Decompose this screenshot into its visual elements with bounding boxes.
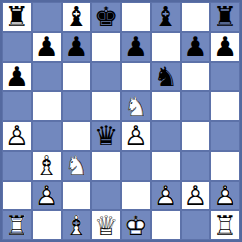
white-pawn-icon: ♟♙ — [5, 122, 29, 149]
square-a1[interactable]: ♜♖ — [2, 210, 32, 240]
white-king-icon: ♚♔ — [124, 212, 148, 239]
square-d5[interactable] — [91, 91, 121, 121]
square-c1[interactable]: ♝♗ — [62, 210, 92, 240]
white-rook-icon: ♜♖ — [213, 212, 237, 239]
square-f2[interactable]: ♟♙ — [151, 181, 181, 211]
square-h2[interactable]: ♟♙ — [210, 181, 240, 211]
square-f1[interactable] — [151, 210, 181, 240]
square-c8[interactable]: ♝ — [62, 2, 92, 32]
square-c7[interactable]: ♟ — [62, 32, 92, 62]
white-pawn-icon: ♟♙ — [35, 182, 59, 209]
white-bishop-icon: ♝♗ — [35, 152, 59, 179]
square-b1[interactable] — [32, 210, 62, 240]
square-e6[interactable] — [121, 62, 151, 92]
square-d4[interactable]: ♛ — [91, 121, 121, 151]
square-a4[interactable]: ♟♙ — [2, 121, 32, 151]
square-d1[interactable]: ♛♕ — [91, 210, 121, 240]
square-e2[interactable] — [121, 181, 151, 211]
white-queen-icon: ♛♕ — [94, 212, 118, 239]
black-pawn-icon: ♟ — [64, 33, 88, 60]
square-a7[interactable] — [2, 32, 32, 62]
black-rook-icon: ♜ — [5, 3, 29, 30]
black-knight-icon: ♞ — [154, 63, 178, 90]
square-c5[interactable] — [62, 91, 92, 121]
square-c6[interactable] — [62, 62, 92, 92]
square-g1[interactable] — [181, 210, 211, 240]
black-king-icon: ♚ — [94, 3, 118, 30]
square-h3[interactable] — [210, 151, 240, 181]
black-pawn-icon: ♟ — [213, 33, 237, 60]
square-g4[interactable] — [181, 121, 211, 151]
square-e4[interactable]: ♟♙ — [121, 121, 151, 151]
white-rook-icon: ♜♖ — [5, 212, 29, 239]
square-g2[interactable]: ♟♙ — [181, 181, 211, 211]
square-h6[interactable] — [210, 62, 240, 92]
square-a3[interactable] — [2, 151, 32, 181]
square-b7[interactable]: ♟ — [32, 32, 62, 62]
square-g8[interactable] — [181, 2, 211, 32]
square-g6[interactable] — [181, 62, 211, 92]
square-f4[interactable] — [151, 121, 181, 151]
black-pawn-icon: ♟ — [183, 33, 207, 60]
square-b2[interactable]: ♟♙ — [32, 181, 62, 211]
black-queen-icon: ♛ — [94, 122, 118, 149]
square-e3[interactable] — [121, 151, 151, 181]
square-d6[interactable] — [91, 62, 121, 92]
square-h8[interactable]: ♜ — [210, 2, 240, 32]
square-h4[interactable] — [210, 121, 240, 151]
square-b5[interactable] — [32, 91, 62, 121]
square-d7[interactable] — [91, 32, 121, 62]
square-f5[interactable] — [151, 91, 181, 121]
square-h1[interactable]: ♜♖ — [210, 210, 240, 240]
square-b3[interactable]: ♝♗ — [32, 151, 62, 181]
black-pawn-icon: ♟ — [124, 33, 148, 60]
square-d8[interactable]: ♚ — [91, 2, 121, 32]
screenshot: ♜♝♚♝♜♟♟♟♟♟♟♞♞♘♟♙♛♟♙♝♗♞♘♟♙♟♙♟♙♟♙♜♖♝♗♛♕♚♔♜… — [0, 0, 242, 242]
chess-board: ♜♝♚♝♜♟♟♟♟♟♟♞♞♘♟♙♛♟♙♝♗♞♘♟♙♟♙♟♙♟♙♜♖♝♗♛♕♚♔♜… — [0, 0, 242, 242]
square-f3[interactable] — [151, 151, 181, 181]
black-pawn-icon: ♟ — [35, 33, 59, 60]
white-pawn-icon: ♟♙ — [183, 182, 207, 209]
square-e8[interactable] — [121, 2, 151, 32]
black-bishop-icon: ♝ — [154, 3, 178, 30]
square-f6[interactable]: ♞ — [151, 62, 181, 92]
white-bishop-icon: ♝♗ — [64, 212, 88, 239]
square-g5[interactable] — [181, 91, 211, 121]
white-pawn-icon: ♟♙ — [154, 182, 178, 209]
square-b6[interactable] — [32, 62, 62, 92]
square-e1[interactable]: ♚♔ — [121, 210, 151, 240]
square-e5[interactable]: ♞♘ — [121, 91, 151, 121]
white-pawn-icon: ♟♙ — [124, 122, 148, 149]
square-f8[interactable]: ♝ — [151, 2, 181, 32]
square-c2[interactable] — [62, 181, 92, 211]
square-a8[interactable]: ♜ — [2, 2, 32, 32]
square-d3[interactable] — [91, 151, 121, 181]
square-a5[interactable] — [2, 91, 32, 121]
black-pawn-icon: ♟ — [5, 63, 29, 90]
white-knight-icon: ♞♘ — [64, 152, 88, 179]
square-a2[interactable] — [2, 181, 32, 211]
square-f7[interactable] — [151, 32, 181, 62]
square-h7[interactable]: ♟ — [210, 32, 240, 62]
square-c4[interactable] — [62, 121, 92, 151]
square-a6[interactable]: ♟ — [2, 62, 32, 92]
black-rook-icon: ♜ — [213, 3, 237, 30]
square-g3[interactable] — [181, 151, 211, 181]
square-b4[interactable] — [32, 121, 62, 151]
white-knight-icon: ♞♘ — [124, 93, 148, 120]
square-h5[interactable] — [210, 91, 240, 121]
square-g7[interactable]: ♟ — [181, 32, 211, 62]
square-e7[interactable]: ♟ — [121, 32, 151, 62]
square-d2[interactable] — [91, 181, 121, 211]
square-b8[interactable] — [32, 2, 62, 32]
square-c3[interactable]: ♞♘ — [62, 151, 92, 181]
black-bishop-icon: ♝ — [64, 3, 88, 30]
white-pawn-icon: ♟♙ — [213, 182, 237, 209]
